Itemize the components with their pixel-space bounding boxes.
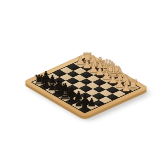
chess-set-photo: ♜♞♝♛♚♝♞♜♟♟♟♟♟♟♟♟♟♟♟♟♟♟♟♟♜♞♝♛♚♝♞♜ bbox=[0, 0, 160, 160]
chess-board bbox=[22, 52, 149, 117]
